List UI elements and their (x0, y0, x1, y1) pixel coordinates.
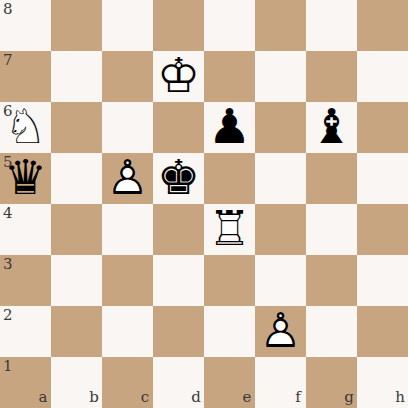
square-f8[interactable] (255, 0, 306, 51)
square-a6[interactable]: ♞♘ (0, 102, 51, 153)
piece-black-queen[interactable]: ♛ (0, 153, 51, 204)
white-knight-outline-glyph: ♘ (4, 101, 47, 149)
square-d4[interactable] (153, 204, 204, 255)
square-e3[interactable] (204, 255, 255, 306)
square-b7[interactable] (51, 51, 102, 102)
white-king-outline-glyph: ♔ (157, 50, 200, 98)
square-g6[interactable]: ♝ (306, 102, 357, 153)
square-c3[interactable] (102, 255, 153, 306)
square-b8[interactable] (51, 0, 102, 51)
square-a3[interactable] (0, 255, 51, 306)
square-e6[interactable]: ♟ (204, 102, 255, 153)
square-a4[interactable] (0, 204, 51, 255)
square-b2[interactable] (51, 306, 102, 357)
square-c2[interactable] (102, 306, 153, 357)
square-g4[interactable] (306, 204, 357, 255)
square-d6[interactable] (153, 102, 204, 153)
square-a7[interactable] (0, 51, 51, 102)
square-g2[interactable] (306, 306, 357, 357)
piece-black-pawn[interactable]: ♟ (204, 102, 255, 153)
square-b4[interactable] (51, 204, 102, 255)
black-queen-glyph: ♛ (4, 152, 47, 200)
square-f6[interactable] (255, 102, 306, 153)
black-pawn-glyph: ♟ (208, 101, 251, 149)
piece-white-knight[interactable]: ♞♘ (0, 102, 51, 153)
square-g8[interactable] (306, 0, 357, 51)
square-h7[interactable] (357, 51, 408, 102)
square-c8[interactable] (102, 0, 153, 51)
square-h6[interactable] (357, 102, 408, 153)
square-c7[interactable] (102, 51, 153, 102)
square-a8[interactable] (0, 0, 51, 51)
square-b6[interactable] (51, 102, 102, 153)
square-f2[interactable]: ♟♙ (255, 306, 306, 357)
square-h8[interactable] (357, 0, 408, 51)
square-b5[interactable] (51, 153, 102, 204)
white-pawn-outline-glyph: ♙ (259, 305, 302, 353)
square-d3[interactable] (153, 255, 204, 306)
white-pawn-outline-glyph: ♙ (106, 152, 149, 200)
piece-black-king[interactable]: ♚ (153, 153, 204, 204)
square-h1[interactable] (357, 357, 408, 408)
square-f3[interactable] (255, 255, 306, 306)
white-rook-outline-glyph: ♖ (208, 203, 251, 251)
square-c1[interactable] (102, 357, 153, 408)
piece-white-pawn[interactable]: ♟♙ (102, 153, 153, 204)
square-e8[interactable] (204, 0, 255, 51)
square-e5[interactable] (204, 153, 255, 204)
chess-board: ♚♔♞♘♟♝♛♟♙♚♜♖♟♙87654321abcdefgh (0, 0, 408, 408)
square-a5[interactable]: ♛ (0, 153, 51, 204)
black-king-glyph: ♚ (157, 152, 200, 200)
square-g5[interactable] (306, 153, 357, 204)
square-h4[interactable] (357, 204, 408, 255)
square-f5[interactable] (255, 153, 306, 204)
square-c5[interactable]: ♟♙ (102, 153, 153, 204)
square-d5[interactable]: ♚ (153, 153, 204, 204)
square-g7[interactable] (306, 51, 357, 102)
square-d2[interactable] (153, 306, 204, 357)
square-g1[interactable] (306, 357, 357, 408)
square-e2[interactable] (204, 306, 255, 357)
square-e7[interactable] (204, 51, 255, 102)
square-f7[interactable] (255, 51, 306, 102)
square-d1[interactable] (153, 357, 204, 408)
square-h2[interactable] (357, 306, 408, 357)
square-e1[interactable] (204, 357, 255, 408)
square-h3[interactable] (357, 255, 408, 306)
square-b3[interactable] (51, 255, 102, 306)
piece-white-king[interactable]: ♚♔ (153, 51, 204, 102)
square-e4[interactable]: ♜♖ (204, 204, 255, 255)
square-g3[interactable] (306, 255, 357, 306)
piece-white-pawn[interactable]: ♟♙ (255, 306, 306, 357)
square-a1[interactable] (0, 357, 51, 408)
square-d8[interactable] (153, 0, 204, 51)
square-h5[interactable] (357, 153, 408, 204)
square-a2[interactable] (0, 306, 51, 357)
square-f4[interactable] (255, 204, 306, 255)
square-b1[interactable] (51, 357, 102, 408)
square-c4[interactable] (102, 204, 153, 255)
piece-black-bishop[interactable]: ♝ (306, 102, 357, 153)
square-f1[interactable] (255, 357, 306, 408)
square-d7[interactable]: ♚♔ (153, 51, 204, 102)
square-c6[interactable] (102, 102, 153, 153)
piece-white-rook[interactable]: ♜♖ (204, 204, 255, 255)
black-bishop-glyph: ♝ (310, 101, 353, 149)
